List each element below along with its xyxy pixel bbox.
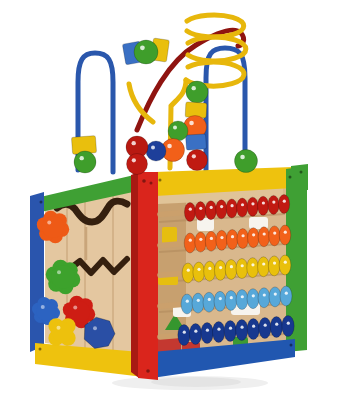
abacus-bead-light-blue bbox=[181, 294, 193, 314]
bead-highlight bbox=[220, 236, 223, 239]
abacus-bead-yellow bbox=[236, 259, 248, 279]
abacus-bead-orange bbox=[279, 225, 291, 245]
bead-highlight bbox=[208, 298, 211, 301]
bead-highlight bbox=[230, 204, 233, 207]
abacus-bead-red bbox=[205, 201, 216, 220]
maze-bead-green-cluster bbox=[168, 121, 188, 141]
abacus-bead-red bbox=[195, 202, 206, 221]
abacus-bead-dark-blue bbox=[259, 318, 271, 339]
abacus-bead-orange bbox=[248, 228, 260, 248]
bead-highlight bbox=[241, 203, 244, 206]
abacus-bead-red bbox=[237, 198, 248, 217]
abacus-bead-red bbox=[226, 199, 237, 218]
bead-highlight bbox=[219, 266, 222, 269]
corner-post-side bbox=[131, 172, 139, 378]
bead-highlight bbox=[230, 265, 233, 268]
abacus-bead-yellow bbox=[258, 257, 270, 277]
maze-bead-blue-cube-stack bbox=[186, 134, 207, 150]
bead-highlight bbox=[132, 141, 136, 145]
abacus-bead-light-blue bbox=[225, 290, 237, 310]
bead-highlight bbox=[229, 327, 232, 330]
bead-highlight bbox=[80, 156, 84, 160]
product-photo-activity-cube bbox=[0, 0, 342, 400]
bead-highlight bbox=[284, 261, 287, 264]
bead-highlight bbox=[262, 262, 265, 265]
abacus-bead-dark-blue bbox=[224, 321, 236, 342]
bead-highlight bbox=[283, 200, 286, 203]
abacus-bead-red bbox=[278, 195, 289, 214]
bead-highlight bbox=[132, 158, 136, 162]
abacus-bead-light-blue bbox=[236, 290, 248, 310]
screw bbox=[159, 179, 162, 182]
maze-bead-red-stack bbox=[187, 150, 208, 171]
screw bbox=[300, 171, 303, 174]
bead-highlight bbox=[192, 86, 196, 90]
bead-highlight bbox=[187, 269, 190, 272]
bead-highlight bbox=[192, 154, 196, 158]
bead-highlight bbox=[173, 126, 177, 130]
bead-highlight bbox=[197, 299, 200, 302]
bead-highlight bbox=[240, 155, 245, 160]
gear-face-left-rail bbox=[30, 192, 44, 352]
bead-highlight bbox=[272, 200, 275, 203]
bead-highlight bbox=[241, 264, 244, 267]
knob-highlight bbox=[57, 270, 61, 274]
green-gear-hub bbox=[51, 265, 75, 289]
bead-highlight bbox=[186, 300, 189, 303]
bead-highlight bbox=[189, 121, 194, 126]
corner-post bbox=[131, 172, 158, 380]
bead-highlight bbox=[241, 234, 244, 237]
abacus-bead-red bbox=[216, 200, 227, 219]
maze-bead-red-lower bbox=[127, 154, 148, 175]
abacus-bead-yellow bbox=[193, 262, 205, 282]
abacus-bead-red bbox=[247, 197, 258, 216]
bead-highlight bbox=[262, 201, 265, 204]
abacus-bead-dark-blue bbox=[236, 320, 248, 341]
screw bbox=[150, 182, 153, 185]
bead-highlight bbox=[210, 206, 213, 209]
abacus-bead-dark-blue bbox=[247, 319, 259, 340]
bead-highlight bbox=[219, 297, 222, 300]
knob-highlight bbox=[41, 305, 45, 309]
abacus-bead-yellow bbox=[204, 261, 216, 281]
yellow-block-a bbox=[162, 227, 177, 244]
bead-highlight bbox=[217, 328, 220, 331]
bead-highlight bbox=[284, 231, 287, 234]
abacus-bead-light-blue bbox=[280, 286, 292, 306]
bead-highlight bbox=[263, 293, 266, 296]
bead-highlight bbox=[240, 326, 243, 329]
bead-highlight bbox=[273, 231, 276, 234]
bead-highlight bbox=[199, 238, 202, 241]
bead-highlight bbox=[189, 239, 192, 242]
yellow-knob bbox=[48, 318, 75, 345]
bead-highlight bbox=[206, 329, 209, 332]
bead-highlight bbox=[151, 146, 155, 150]
maze-bead-green-right bbox=[235, 150, 258, 173]
abacus-bead-red bbox=[184, 203, 195, 222]
corner-post-front bbox=[138, 172, 158, 380]
bead-highlight bbox=[275, 323, 278, 326]
bead-highlight bbox=[264, 324, 267, 327]
abacus-bead-dark-blue bbox=[212, 322, 224, 343]
bead-highlight bbox=[273, 261, 276, 264]
abacus-bead-dark-blue bbox=[178, 325, 190, 346]
bead-highlight bbox=[252, 233, 255, 236]
bead-highlight bbox=[220, 205, 223, 208]
abacus-bead-dark-blue bbox=[201, 323, 213, 344]
abacus-bead-yellow bbox=[214, 260, 226, 280]
bead-highlight bbox=[199, 207, 202, 210]
bead-highlight bbox=[167, 144, 172, 149]
abacus-bead-light-blue bbox=[269, 287, 281, 307]
abacus-bead-red bbox=[258, 196, 269, 215]
knob-highlight bbox=[47, 221, 51, 225]
abacus-bead-orange bbox=[258, 227, 270, 247]
knob-highlight bbox=[57, 326, 61, 330]
orange-gear-hub bbox=[42, 216, 64, 238]
abacus-bead-light-blue bbox=[203, 292, 215, 312]
maze-bead-blue-cluster bbox=[146, 141, 166, 161]
abacus-bead-yellow bbox=[247, 258, 259, 278]
abacus-bead-dark-blue bbox=[282, 316, 294, 337]
yellow-knob-hub bbox=[52, 322, 73, 343]
bead-highlight bbox=[183, 331, 186, 334]
screw bbox=[146, 369, 150, 373]
abacus-bead-yellow bbox=[279, 255, 291, 275]
bead-highlight bbox=[251, 263, 254, 266]
abacus-bead-orange bbox=[205, 231, 217, 251]
bead-highlight bbox=[194, 330, 197, 333]
abacus-bead-orange bbox=[216, 230, 228, 250]
knob-highlight bbox=[93, 326, 97, 330]
abacus-bead-light-blue bbox=[214, 291, 226, 311]
abacus-bead-orange bbox=[184, 233, 196, 253]
abacus-bead-orange bbox=[269, 226, 281, 246]
bead-highlight bbox=[263, 232, 266, 235]
maze-bead-green-left bbox=[74, 151, 96, 173]
maze-bead-green-stack bbox=[186, 81, 208, 103]
bead-highlight bbox=[231, 235, 234, 238]
bead-highlight bbox=[230, 296, 233, 299]
bead-highlight bbox=[287, 322, 290, 325]
bead-highlight bbox=[251, 202, 254, 205]
abacus-bead-red bbox=[268, 195, 279, 214]
screw bbox=[290, 344, 293, 347]
scene-canvas bbox=[0, 0, 342, 400]
abacus-bead-light-blue bbox=[192, 293, 204, 313]
bead-highlight bbox=[252, 294, 255, 297]
screw bbox=[142, 179, 146, 183]
knob-highlight bbox=[73, 306, 77, 310]
screw bbox=[289, 176, 292, 179]
abacus-bead-orange bbox=[226, 229, 238, 249]
blue-gear-hub bbox=[36, 301, 55, 320]
bead-highlight bbox=[285, 292, 288, 295]
bead-highlight bbox=[189, 208, 192, 211]
floor-shadow-core bbox=[151, 377, 241, 387]
abacus-bead-orange bbox=[195, 232, 207, 252]
abacus-bead-yellow bbox=[268, 256, 280, 276]
abacus-bead-light-blue bbox=[258, 288, 270, 308]
bead-highlight bbox=[241, 295, 244, 298]
abacus-bead-light-blue bbox=[247, 289, 259, 309]
bead-highlight bbox=[208, 267, 211, 270]
abacus-bead-orange bbox=[237, 229, 249, 249]
bead-highlight bbox=[274, 292, 277, 295]
bead-highlight bbox=[197, 268, 200, 271]
abacus-bead-yellow bbox=[225, 259, 237, 279]
bead-highlight bbox=[252, 325, 255, 328]
screw bbox=[39, 348, 42, 351]
screw bbox=[40, 201, 43, 204]
abacus-bead-dark-blue bbox=[270, 317, 282, 338]
maze-bead-green-top bbox=[134, 40, 158, 64]
abacus-bead-yellow bbox=[182, 263, 194, 283]
bead-highlight bbox=[210, 237, 213, 240]
abacus-bead-dark-blue bbox=[189, 324, 201, 345]
bead-highlight bbox=[140, 45, 145, 50]
